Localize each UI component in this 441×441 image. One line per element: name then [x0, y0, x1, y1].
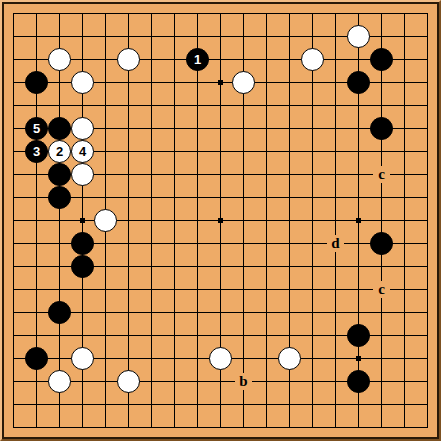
black-stone [71, 232, 94, 255]
black-stone [48, 186, 71, 209]
white-stone [71, 163, 94, 186]
point-label-d: d [327, 235, 344, 252]
star-point [356, 356, 361, 361]
point-label-b: b [235, 373, 252, 390]
white-stone [48, 48, 71, 71]
black-stone [370, 48, 393, 71]
white-stone [117, 370, 140, 393]
point-label-c: c [373, 166, 390, 183]
star-point [356, 218, 361, 223]
white-stone: 4 [71, 140, 94, 163]
go-board: bccd15324 [0, 0, 441, 441]
black-stone [48, 117, 71, 140]
black-stone [25, 347, 48, 370]
star-point [218, 218, 223, 223]
black-stone [347, 71, 370, 94]
black-stone: 5 [25, 117, 48, 140]
white-stone [278, 347, 301, 370]
white-stone [117, 48, 140, 71]
white-stone [71, 71, 94, 94]
point-label-c: c [373, 281, 390, 298]
black-stone [370, 232, 393, 255]
white-stone [209, 347, 232, 370]
white-stone [301, 48, 324, 71]
board-grid: bccd15324 [13, 13, 428, 428]
black-stone [370, 117, 393, 140]
black-stone [347, 370, 370, 393]
star-point [80, 218, 85, 223]
black-stone: 3 [25, 140, 48, 163]
white-stone: 2 [48, 140, 71, 163]
white-stone [94, 209, 117, 232]
white-stone [71, 347, 94, 370]
star-point [218, 80, 223, 85]
white-stone [347, 25, 370, 48]
black-stone [48, 163, 71, 186]
white-stone [48, 370, 71, 393]
black-stone [48, 301, 71, 324]
black-stone [25, 71, 48, 94]
black-stone: 1 [186, 48, 209, 71]
black-stone [347, 324, 370, 347]
white-stone [232, 71, 255, 94]
white-stone [71, 117, 94, 140]
black-stone [71, 255, 94, 278]
